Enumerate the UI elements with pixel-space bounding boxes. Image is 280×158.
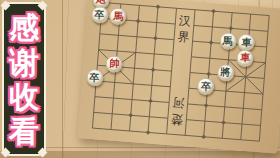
piece-red-chariot: 車 [236, 49, 254, 67]
video-outro-frame: 汉界河楚 炮卒馬帥卒馬車車將卒 感 谢 收 看 [0, 0, 280, 158]
piece-glyph: 馬 [113, 11, 123, 21]
frame-ornament-icon [1, 1, 11, 11]
piece-black-general: 將 [216, 63, 234, 81]
floor-plank-seam [62, 0, 63, 158]
piece-glyph: 卒 [201, 81, 211, 91]
piece-glyph: 帥 [109, 58, 119, 68]
pieces-layer: 炮卒馬帥卒馬車車將卒 [78, 0, 280, 154]
piece-red-horse: 馬 [109, 7, 127, 25]
piece-red-general: 帥 [105, 54, 123, 72]
piece-black-soldier-c: 卒 [196, 77, 214, 95]
thanks-banner: 感 谢 收 看 [2, 2, 46, 156]
banner-char: 感 [9, 12, 39, 44]
piece-black-soldier-b: 卒 [85, 69, 103, 87]
piece-glyph: 卒 [89, 73, 99, 83]
banner-char: 收 [9, 81, 39, 113]
piece-glyph: 馬 [223, 36, 233, 46]
piece-glyph: 炮 [95, 0, 105, 4]
piece-black-chariot: 車 [237, 33, 255, 51]
piece-glyph: 將 [220, 67, 230, 77]
piece-glyph: 車 [241, 37, 251, 47]
piece-black-horse: 馬 [219, 32, 237, 50]
banner-char: 看 [9, 116, 39, 148]
piece-black-soldier-a: 卒 [90, 6, 108, 24]
piece-glyph: 車 [240, 53, 250, 63]
banner-char: 谢 [9, 47, 39, 79]
piece-glyph: 卒 [94, 10, 104, 20]
xiangqi-board: 汉界河楚 炮卒馬帥卒馬車車將卒 [78, 0, 280, 154]
